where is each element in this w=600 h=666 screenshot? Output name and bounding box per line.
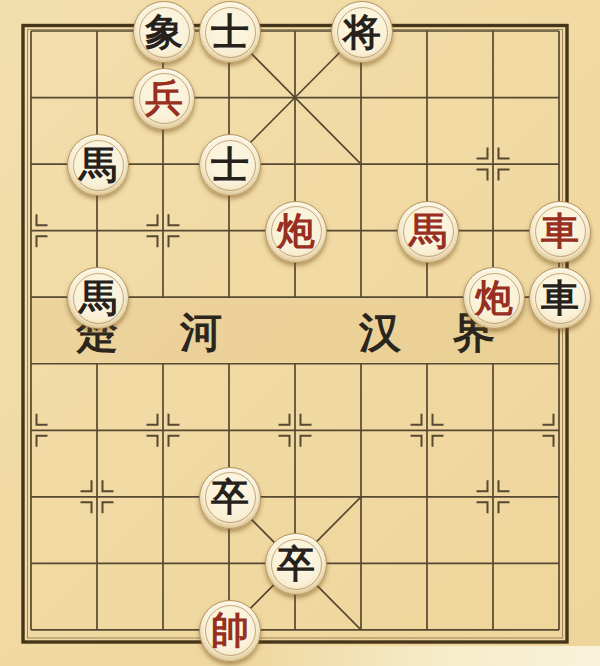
piece-red-pawn[interactable]: 兵 bbox=[133, 68, 195, 130]
bottom-fade bbox=[250, 646, 600, 666]
black-elephant-glyph: 象 bbox=[134, 2, 194, 62]
black-advisor-glyph: 士 bbox=[200, 2, 260, 62]
black-pawn-glyph: 卒 bbox=[266, 534, 326, 594]
piece-black-advisor[interactable]: 士 bbox=[199, 134, 261, 196]
piece-red-cannon[interactable]: 炮 bbox=[265, 201, 327, 263]
black-chariot-glyph: 車 bbox=[530, 268, 590, 328]
red-cannon-glyph: 炮 bbox=[464, 268, 524, 328]
piece-black-horse[interactable]: 馬 bbox=[67, 134, 129, 196]
piece-black-general[interactable]: 将 bbox=[331, 1, 393, 63]
piece-black-advisor[interactable]: 士 bbox=[199, 1, 261, 63]
piece-red-horse[interactable]: 馬 bbox=[397, 201, 459, 263]
piece-red-general[interactable]: 帥 bbox=[199, 600, 261, 662]
red-general-glyph: 帥 bbox=[200, 601, 260, 661]
black-general-glyph: 将 bbox=[332, 2, 392, 62]
piece-black-chariot[interactable]: 車 bbox=[529, 267, 591, 329]
red-pawn-glyph: 兵 bbox=[134, 69, 194, 129]
piece-black-pawn[interactable]: 卒 bbox=[265, 533, 327, 595]
red-horse-glyph: 馬 bbox=[398, 202, 458, 262]
piece-black-horse[interactable]: 馬 bbox=[67, 267, 129, 329]
red-cannon-glyph: 炮 bbox=[266, 202, 326, 262]
piece-red-cannon[interactable]: 炮 bbox=[463, 267, 525, 329]
piece-red-chariot[interactable]: 車 bbox=[529, 201, 591, 263]
red-chariot-glyph: 車 bbox=[530, 202, 590, 262]
black-pawn-glyph: 卒 bbox=[200, 468, 260, 528]
xiangqi-board[interactable]: 楚河 汉界 象士将兵馬士炮馬車馬炮車卒卒帥 bbox=[0, 0, 600, 666]
black-advisor-glyph: 士 bbox=[200, 135, 260, 195]
black-horse-glyph: 馬 bbox=[68, 135, 128, 195]
piece-black-elephant[interactable]: 象 bbox=[133, 1, 195, 63]
black-horse-glyph: 馬 bbox=[68, 268, 128, 328]
piece-black-pawn[interactable]: 卒 bbox=[199, 467, 261, 529]
